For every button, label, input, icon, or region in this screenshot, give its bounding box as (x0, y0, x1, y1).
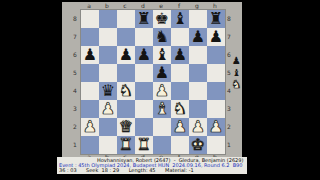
piece-white-pawn: ♟ (155, 82, 169, 100)
square-d6: ♟ (135, 46, 153, 64)
square-a4 (81, 82, 99, 100)
square-d1: ♜ (135, 136, 153, 154)
square-e1 (153, 136, 171, 154)
square-g3 (189, 100, 207, 118)
square-h8: ♜ (207, 10, 225, 28)
square-h5 (207, 64, 225, 82)
rank-label-4: 4 (71, 81, 79, 99)
file-label-a: a (80, 2, 98, 9)
piece-black-pawn: ♟ (209, 28, 223, 46)
square-e4: ♟ (153, 82, 171, 100)
square-h6 (207, 46, 225, 64)
square-d4 (135, 82, 153, 100)
square-a8 (81, 10, 99, 28)
piece-black-bishop: ♝ (173, 10, 187, 28)
piece-white-king: ♚ (191, 136, 205, 154)
rank-label-3: 3 (71, 99, 79, 117)
square-b4: ♛ (99, 82, 117, 100)
square-b7 (99, 28, 117, 46)
file-label-d: d (134, 2, 152, 9)
chess-board: ♜♚♝♜♞♟♟♟♟♟♝♟♟♛♞♟♟♝♞♟♛♟♟♟♜♜♚ (80, 9, 226, 155)
square-h4 (207, 82, 225, 100)
rank-label-8: 8 (225, 9, 233, 27)
square-b5 (99, 64, 117, 82)
square-h1 (207, 136, 225, 154)
square-f3: ♞ (171, 100, 189, 118)
piece-black-bishop: ♝ (155, 46, 169, 64)
rank-label-6: 6 (71, 45, 79, 63)
piece-black-pawn: ♟ (155, 64, 169, 82)
square-e2 (153, 118, 171, 136)
square-d3 (135, 100, 153, 118)
square-c5 (117, 64, 135, 82)
square-h2: ♟ (207, 118, 225, 136)
square-c3 (117, 100, 135, 118)
square-f6: ♟ (171, 46, 189, 64)
captured-black-pawn: ♟ (232, 55, 241, 67)
file-label-g: g (188, 2, 206, 9)
piece-white-rook: ♜ (137, 136, 151, 154)
piece-black-pawn: ♟ (137, 46, 151, 64)
square-e6: ♝ (153, 46, 171, 64)
file-labels-top: abcdefgh (80, 2, 224, 9)
square-g7: ♟ (189, 28, 207, 46)
square-g1: ♚ (189, 136, 207, 154)
square-c8 (117, 10, 135, 28)
square-h7: ♟ (207, 28, 225, 46)
square-e3: ♝ (153, 100, 171, 118)
square-d5 (135, 64, 153, 82)
piece-black-queen: ♛ (101, 82, 115, 100)
square-e5: ♟ (153, 64, 171, 82)
square-a2: ♟ (81, 118, 99, 136)
square-c4: ♞ (117, 82, 135, 100)
piece-black-pawn: ♟ (119, 46, 133, 64)
rank-label-7: 7 (225, 27, 233, 45)
square-f8: ♝ (171, 10, 189, 28)
piece-white-queen: ♛ (119, 118, 133, 136)
square-b6 (99, 46, 117, 64)
rank-labels-left: 87654321 (71, 9, 79, 153)
piece-white-knight: ♞ (173, 100, 187, 118)
piece-black-king: ♚ (155, 10, 169, 28)
square-f4 (171, 82, 189, 100)
square-c1: ♜ (117, 136, 135, 154)
rank-label-1: 1 (225, 135, 233, 153)
rank-label-7: 7 (71, 27, 79, 45)
piece-white-bishop: ♝ (155, 100, 169, 118)
square-f1 (171, 136, 189, 154)
square-d7 (135, 28, 153, 46)
square-a1 (81, 136, 99, 154)
rank-label-5: 5 (71, 63, 79, 81)
piece-black-pawn: ♟ (191, 28, 205, 46)
square-e8: ♚ (153, 10, 171, 28)
piece-white-knight: ♞ (119, 82, 133, 100)
square-a6: ♟ (81, 46, 99, 64)
square-f2: ♟ (171, 118, 189, 136)
captured-material-tray: ♟♝♞ (231, 55, 242, 91)
piece-black-knight: ♞ (155, 28, 169, 46)
square-a5 (81, 64, 99, 82)
piece-black-pawn: ♟ (173, 46, 187, 64)
captured-white-knight: ♞ (232, 79, 242, 91)
square-g4 (189, 82, 207, 100)
file-label-e: e (152, 2, 170, 9)
piece-black-rook: ♜ (209, 10, 223, 28)
piece-white-rook: ♜ (119, 136, 133, 154)
piece-black-rook: ♜ (137, 10, 151, 28)
square-a3 (81, 100, 99, 118)
video-frame: abcdefgh abcdefgh 87654321 87654321 ♜♚♝♜… (0, 0, 320, 180)
square-b3: ♟ (99, 100, 117, 118)
piece-white-pawn: ♟ (209, 118, 223, 136)
square-d2 (135, 118, 153, 136)
square-b8 (99, 10, 117, 28)
rank-label-2: 2 (71, 117, 79, 135)
status-line: 36 : 03 Seek 18 : 29 Length: 45 Material… (59, 168, 245, 173)
file-label-c: c (116, 2, 134, 9)
square-b2 (99, 118, 117, 136)
square-e7: ♞ (153, 28, 171, 46)
square-c7 (117, 28, 135, 46)
square-c6: ♟ (117, 46, 135, 64)
piece-white-pawn: ♟ (101, 100, 115, 118)
rank-label-1: 1 (71, 135, 79, 153)
square-c2: ♛ (117, 118, 135, 136)
square-g8 (189, 10, 207, 28)
piece-black-pawn: ♟ (83, 46, 97, 64)
square-g5 (189, 64, 207, 82)
square-f5 (171, 64, 189, 82)
piece-white-pawn: ♟ (173, 118, 187, 136)
caption-bar: Hovhannisyan, Robert (2647) - Gledura, B… (57, 157, 247, 174)
square-b1 (99, 136, 117, 154)
square-a7 (81, 28, 99, 46)
rank-label-8: 8 (71, 9, 79, 27)
file-label-f: f (170, 2, 188, 9)
rank-label-3: 3 (225, 99, 233, 117)
piece-white-pawn: ♟ (83, 118, 97, 136)
square-g6 (189, 46, 207, 64)
piece-white-pawn: ♟ (191, 118, 205, 136)
rank-label-2: 2 (225, 117, 233, 135)
square-d8: ♜ (135, 10, 153, 28)
file-label-b: b (98, 2, 116, 9)
square-g2: ♟ (189, 118, 207, 136)
square-h3 (207, 100, 225, 118)
square-f7 (171, 28, 189, 46)
file-label-h: h (206, 2, 224, 9)
